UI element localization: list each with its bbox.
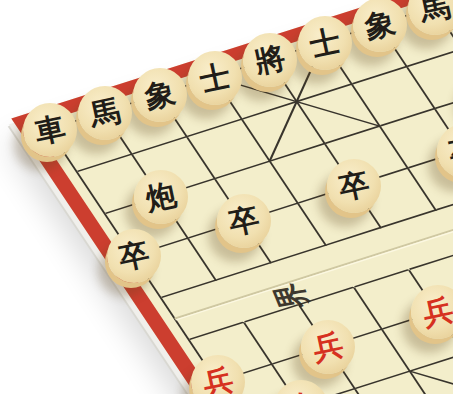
piece-black-advisor[interactable]: 士 bbox=[298, 16, 352, 70]
piece-glyph: 象 bbox=[142, 77, 178, 113]
piece-glyph: 炮 bbox=[283, 389, 319, 394]
piece-black-elephant[interactable]: 象 bbox=[133, 68, 187, 122]
piece-glyph: 車 bbox=[32, 112, 68, 148]
piece-black-soldier[interactable]: 卒 bbox=[327, 159, 381, 213]
piece-black-soldier[interactable]: 卒 bbox=[217, 194, 271, 248]
piece-black-horse[interactable]: 馬 bbox=[78, 86, 132, 140]
piece-glyph: 兵 bbox=[310, 329, 346, 365]
piece-red-soldier[interactable]: 兵 bbox=[191, 355, 245, 394]
piece-glyph: 象 bbox=[362, 7, 398, 43]
piece-black-soldier[interactable]: 卒 bbox=[107, 229, 161, 283]
piece-glyph: 卒 bbox=[116, 238, 152, 274]
piece-black-elephant[interactable]: 象 bbox=[353, 0, 407, 52]
piece-glyph: 兵 bbox=[200, 364, 236, 394]
piece-black-advisor[interactable]: 士 bbox=[188, 51, 242, 105]
piece-black-cannon[interactable]: 炮 bbox=[134, 170, 188, 224]
piece-red-cannon[interactable]: 炮 bbox=[274, 380, 328, 394]
piece-glyph: 馬 bbox=[87, 95, 123, 131]
piece-black-soldier[interactable]: 卒 bbox=[437, 124, 453, 178]
piece-glyph: 將 bbox=[252, 42, 288, 78]
piece-red-soldier[interactable]: 兵 bbox=[411, 285, 453, 339]
piece-black-general[interactable]: 將 bbox=[243, 33, 297, 87]
piece-glyph: 炮 bbox=[143, 179, 179, 215]
piece-glyph: 卒 bbox=[336, 168, 372, 204]
xiangqi-photo-stage: 界 車馬象士將士象馬車炮炮卒卒卒卒兵兵兵炮 bbox=[0, 0, 453, 394]
piece-black-horse[interactable]: 馬 bbox=[408, 0, 453, 35]
piece-glyph: 士 bbox=[307, 25, 343, 61]
piece-black-chariot[interactable]: 車 bbox=[23, 103, 77, 157]
piece-glyph: 兵 bbox=[420, 294, 453, 330]
piece-red-soldier[interactable]: 兵 bbox=[301, 320, 355, 374]
piece-glyph: 士 bbox=[197, 60, 233, 96]
piece-glyph: 馬 bbox=[417, 0, 453, 25]
piece-glyph: 卒 bbox=[226, 203, 262, 239]
piece-glyph: 卒 bbox=[446, 133, 453, 169]
pieces-layer: 車馬象士將士象馬車炮炮卒卒卒卒兵兵兵炮 bbox=[0, 0, 453, 394]
